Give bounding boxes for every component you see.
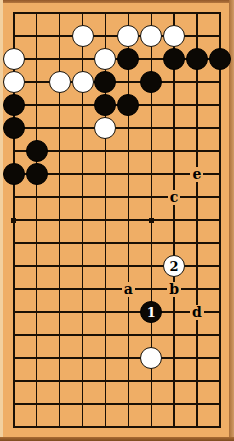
white-stone	[49, 71, 71, 93]
grid-line-horizontal	[13, 219, 221, 220]
point-label-e: e	[190, 167, 203, 182]
grid-line-horizontal	[13, 288, 221, 289]
point-label-d: d	[190, 305, 204, 320]
black-stone	[26, 140, 48, 162]
white-stone	[72, 25, 94, 47]
grid-line-horizontal	[13, 242, 221, 243]
black-stone	[117, 48, 139, 70]
grid-line-horizontal	[13, 334, 221, 335]
black-stone	[3, 94, 25, 116]
white-stone	[3, 48, 25, 70]
grid-line-horizontal	[13, 127, 221, 128]
white-stone-move-2: 2	[163, 255, 185, 277]
star-point	[149, 218, 154, 223]
point-label-c: c	[168, 190, 181, 205]
go-diagram: 21ecabd	[0, 0, 234, 441]
grid-line-horizontal	[13, 426, 221, 428]
black-stone	[117, 94, 139, 116]
grid-line-horizontal	[13, 196, 221, 197]
grid-line-horizontal	[13, 265, 221, 266]
grid-line-horizontal	[13, 380, 221, 381]
point-label-a: a	[122, 282, 135, 297]
white-stone	[72, 71, 94, 93]
grid-line-horizontal	[13, 403, 221, 404]
white-stone	[3, 71, 25, 93]
white-stone	[94, 117, 116, 139]
white-stone	[94, 48, 116, 70]
white-stone	[140, 347, 162, 369]
white-stone	[117, 25, 139, 47]
black-stone	[163, 48, 185, 70]
grid-line-horizontal	[13, 12, 221, 14]
white-stone	[163, 25, 185, 47]
grid-line-horizontal	[13, 81, 221, 82]
black-stone	[94, 94, 116, 116]
black-stone	[140, 71, 162, 93]
grid-line-horizontal	[13, 357, 221, 358]
black-stone-move-1: 1	[140, 301, 162, 323]
black-stone	[94, 71, 116, 93]
move-number: 1	[147, 306, 156, 319]
point-label-b: b	[167, 282, 181, 297]
black-stone	[186, 48, 208, 70]
white-stone	[140, 25, 162, 47]
black-stone	[3, 117, 25, 139]
black-stone	[209, 48, 231, 70]
black-stone	[3, 163, 25, 185]
black-stone	[26, 163, 48, 185]
move-number: 2	[170, 260, 179, 273]
star-point	[11, 218, 16, 223]
